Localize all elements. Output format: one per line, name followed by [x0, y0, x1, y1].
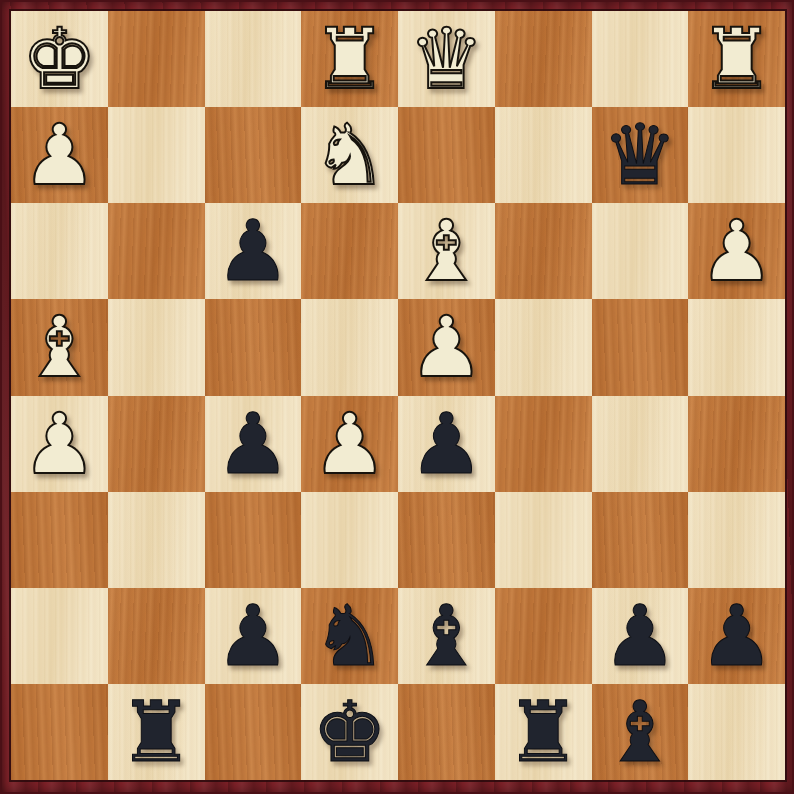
piece-white-king[interactable]: ♚: [22, 17, 97, 101]
piece-black-bishop[interactable]: ♝: [602, 690, 677, 774]
piece-white-pawn[interactable]: ♟: [409, 305, 484, 389]
square-b4[interactable]: [108, 396, 205, 492]
piece-black-queen[interactable]: ♛: [602, 113, 677, 197]
square-g3[interactable]: [592, 492, 689, 588]
chess-board: ♚♜♛♜♟♞♛♟♝♟♝♟♟♟♟♟♟♞♝♟♟♜♚♜♝: [11, 11, 785, 780]
square-a8[interactable]: ♚: [11, 11, 108, 107]
piece-white-queen[interactable]: ♛: [409, 17, 484, 101]
square-g4[interactable]: [592, 396, 689, 492]
square-d8[interactable]: ♜: [301, 11, 398, 107]
piece-white-rook[interactable]: ♜: [312, 17, 387, 101]
square-h2[interactable]: ♟: [688, 588, 785, 684]
square-b7[interactable]: [108, 107, 205, 203]
piece-white-bishop[interactable]: ♝: [409, 209, 484, 293]
board-frame: ♚♜♛♜♟♞♛♟♝♟♝♟♟♟♟♟♟♞♝♟♟♜♚♜♝: [0, 0, 794, 794]
square-d1[interactable]: ♚: [301, 684, 398, 780]
square-d5[interactable]: [301, 299, 398, 395]
square-a4[interactable]: ♟: [11, 396, 108, 492]
piece-black-pawn[interactable]: ♟: [409, 402, 484, 486]
square-b1[interactable]: ♜: [108, 684, 205, 780]
square-e1[interactable]: [398, 684, 495, 780]
square-c6[interactable]: ♟: [205, 203, 302, 299]
square-b3[interactable]: [108, 492, 205, 588]
square-c5[interactable]: [205, 299, 302, 395]
piece-white-pawn[interactable]: ♟: [312, 402, 387, 486]
square-f2[interactable]: [495, 588, 592, 684]
piece-black-bishop[interactable]: ♝: [409, 594, 484, 678]
piece-black-pawn[interactable]: ♟: [215, 594, 290, 678]
square-c7[interactable]: [205, 107, 302, 203]
square-g2[interactable]: ♟: [592, 588, 689, 684]
square-h6[interactable]: ♟: [688, 203, 785, 299]
square-e3[interactable]: [398, 492, 495, 588]
piece-black-pawn[interactable]: ♟: [215, 402, 290, 486]
piece-black-rook[interactable]: ♜: [505, 690, 580, 774]
square-b5[interactable]: [108, 299, 205, 395]
square-a6[interactable]: [11, 203, 108, 299]
square-f1[interactable]: ♜: [495, 684, 592, 780]
square-g7[interactable]: ♛: [592, 107, 689, 203]
square-c8[interactable]: [205, 11, 302, 107]
piece-white-bishop[interactable]: ♝: [22, 305, 97, 389]
piece-white-pawn[interactable]: ♟: [22, 402, 97, 486]
square-e2[interactable]: ♝: [398, 588, 495, 684]
square-d3[interactable]: [301, 492, 398, 588]
square-a2[interactable]: [11, 588, 108, 684]
square-d2[interactable]: ♞: [301, 588, 398, 684]
square-g8[interactable]: [592, 11, 689, 107]
piece-black-pawn[interactable]: ♟: [699, 594, 774, 678]
piece-black-pawn[interactable]: ♟: [215, 209, 290, 293]
square-e4[interactable]: ♟: [398, 396, 495, 492]
square-c2[interactable]: ♟: [205, 588, 302, 684]
piece-white-rook[interactable]: ♜: [699, 17, 774, 101]
piece-white-pawn[interactable]: ♟: [699, 209, 774, 293]
square-f3[interactable]: [495, 492, 592, 588]
square-h4[interactable]: [688, 396, 785, 492]
piece-black-rook[interactable]: ♜: [118, 690, 193, 774]
square-f5[interactable]: [495, 299, 592, 395]
square-e6[interactable]: ♝: [398, 203, 495, 299]
piece-black-pawn[interactable]: ♟: [602, 594, 677, 678]
square-b8[interactable]: [108, 11, 205, 107]
piece-black-king[interactable]: ♚: [312, 690, 387, 774]
square-h1[interactable]: [688, 684, 785, 780]
square-f6[interactable]: [495, 203, 592, 299]
piece-white-knight[interactable]: ♞: [312, 113, 387, 197]
square-a5[interactable]: ♝: [11, 299, 108, 395]
square-b6[interactable]: [108, 203, 205, 299]
square-g6[interactable]: [592, 203, 689, 299]
square-f8[interactable]: [495, 11, 592, 107]
square-a1[interactable]: [11, 684, 108, 780]
square-a7[interactable]: ♟: [11, 107, 108, 203]
square-h5[interactable]: [688, 299, 785, 395]
square-g1[interactable]: ♝: [592, 684, 689, 780]
square-g5[interactable]: [592, 299, 689, 395]
square-a3[interactable]: [11, 492, 108, 588]
square-c4[interactable]: ♟: [205, 396, 302, 492]
square-e5[interactable]: ♟: [398, 299, 495, 395]
square-c3[interactable]: [205, 492, 302, 588]
square-d7[interactable]: ♞: [301, 107, 398, 203]
square-h8[interactable]: ♜: [688, 11, 785, 107]
square-h3[interactable]: [688, 492, 785, 588]
square-f7[interactable]: [495, 107, 592, 203]
square-b2[interactable]: [108, 588, 205, 684]
square-e7[interactable]: [398, 107, 495, 203]
square-d6[interactable]: [301, 203, 398, 299]
square-f4[interactable]: [495, 396, 592, 492]
square-d4[interactable]: ♟: [301, 396, 398, 492]
square-c1[interactable]: [205, 684, 302, 780]
square-h7[interactable]: [688, 107, 785, 203]
piece-black-knight[interactable]: ♞: [312, 594, 387, 678]
piece-white-pawn[interactable]: ♟: [22, 113, 97, 197]
square-e8[interactable]: ♛: [398, 11, 495, 107]
